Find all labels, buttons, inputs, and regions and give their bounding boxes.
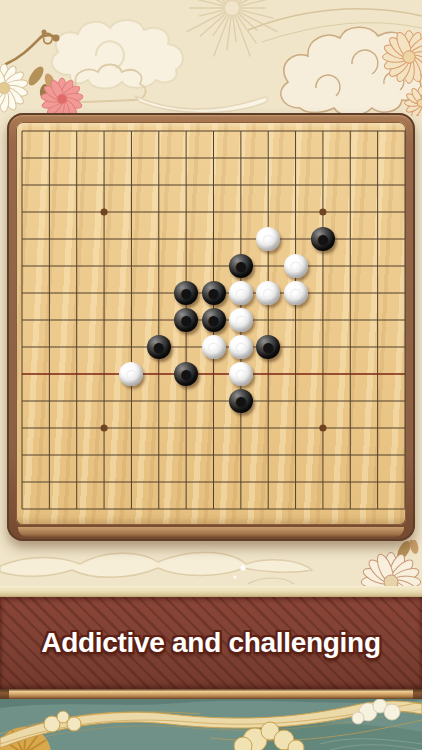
- board-cell[interactable]: [145, 388, 172, 415]
- board-cell[interactable]: [63, 469, 90, 496]
- black-stone: ●: [174, 281, 198, 305]
- board-cell[interactable]: [391, 469, 418, 496]
- board-cell[interactable]: ○: [227, 280, 254, 307]
- board-cell[interactable]: [200, 199, 227, 226]
- board-cell[interactable]: [63, 334, 90, 361]
- board-cells: ○●●○●●○○○●●○●○○●○●○●: [8, 118, 418, 523]
- board-cell[interactable]: ●: [227, 388, 254, 415]
- board-cell[interactable]: [337, 253, 364, 280]
- board-cell[interactable]: [145, 172, 172, 199]
- board-cell[interactable]: [282, 145, 309, 172]
- board-cell[interactable]: [36, 280, 63, 307]
- board-cell[interactable]: [255, 388, 282, 415]
- board-cell[interactable]: [282, 442, 309, 469]
- board-surface: ○●●○●●○○○●●○●○○●○●○●: [16, 122, 406, 525]
- board-cell[interactable]: [118, 388, 145, 415]
- board-cell[interactable]: [145, 253, 172, 280]
- board-cell[interactable]: [90, 253, 117, 280]
- board-cell[interactable]: [309, 469, 336, 496]
- board-cell[interactable]: [8, 496, 35, 523]
- board-cell[interactable]: [36, 226, 63, 253]
- board-cell[interactable]: [391, 226, 418, 253]
- board-cell[interactable]: [36, 469, 63, 496]
- board-cell[interactable]: [391, 496, 418, 523]
- board-cell[interactable]: [63, 226, 90, 253]
- board-cell[interactable]: [172, 145, 199, 172]
- board-cell[interactable]: ●: [172, 307, 199, 334]
- board-cell[interactable]: [282, 415, 309, 442]
- board-cell[interactable]: [200, 415, 227, 442]
- board-cell[interactable]: [282, 334, 309, 361]
- board-cell[interactable]: [255, 145, 282, 172]
- board-cell[interactable]: [364, 496, 391, 523]
- black-stone: ●: [147, 335, 171, 359]
- white-stone: ○: [202, 335, 226, 359]
- board-cell[interactable]: [364, 118, 391, 145]
- board-cell[interactable]: [227, 415, 254, 442]
- cloud-icon: [0, 552, 312, 584]
- board-cell[interactable]: [90, 442, 117, 469]
- board-cell[interactable]: [63, 118, 90, 145]
- board-cell[interactable]: [364, 334, 391, 361]
- foam-icon: [44, 711, 81, 732]
- board-cell[interactable]: [255, 172, 282, 199]
- white-stone: ○: [284, 254, 308, 278]
- board-cell[interactable]: [227, 172, 254, 199]
- chrysanthemum-icon: [0, 31, 422, 116]
- board-cell[interactable]: [227, 442, 254, 469]
- board-cell[interactable]: [90, 118, 117, 145]
- board-cell[interactable]: [8, 469, 35, 496]
- board-cell[interactable]: [172, 415, 199, 442]
- board-cell[interactable]: [118, 145, 145, 172]
- board-cell[interactable]: [90, 226, 117, 253]
- board-cell[interactable]: [337, 172, 364, 199]
- board-cell[interactable]: [63, 145, 90, 172]
- board-cell[interactable]: [391, 199, 418, 226]
- board-cell[interactable]: [145, 145, 172, 172]
- board-cell[interactable]: [255, 415, 282, 442]
- board-cell[interactable]: [118, 280, 145, 307]
- board-cell[interactable]: [309, 496, 336, 523]
- board-cell[interactable]: [309, 172, 336, 199]
- board-cell[interactable]: [8, 172, 35, 199]
- top-decoration: [0, 0, 422, 116]
- board-cell[interactable]: [282, 199, 309, 226]
- board-cell[interactable]: [255, 307, 282, 334]
- board-cell[interactable]: [391, 280, 418, 307]
- board-cell[interactable]: [8, 226, 35, 253]
- board-cell[interactable]: [337, 199, 364, 226]
- board-cell[interactable]: [364, 415, 391, 442]
- board-cell[interactable]: [227, 145, 254, 172]
- board-cell[interactable]: [227, 226, 254, 253]
- board-cell[interactable]: [309, 253, 336, 280]
- board-cell[interactable]: [282, 496, 309, 523]
- board-cell[interactable]: [200, 469, 227, 496]
- board-cell[interactable]: [255, 199, 282, 226]
- board-cell[interactable]: [227, 469, 254, 496]
- board-cell[interactable]: ●: [172, 361, 199, 388]
- board-cell[interactable]: [309, 307, 336, 334]
- board-cell[interactable]: [364, 307, 391, 334]
- board-cell[interactable]: [36, 442, 63, 469]
- board-cell[interactable]: [36, 307, 63, 334]
- board-cell[interactable]: [364, 469, 391, 496]
- board-cell[interactable]: [118, 253, 145, 280]
- board-cell[interactable]: [118, 307, 145, 334]
- board-cell[interactable]: [63, 172, 90, 199]
- board-cell[interactable]: [309, 361, 336, 388]
- board-cell[interactable]: [391, 334, 418, 361]
- board-cell[interactable]: ○: [227, 334, 254, 361]
- board-cell[interactable]: [63, 442, 90, 469]
- board-cell[interactable]: [337, 118, 364, 145]
- board-cell[interactable]: [118, 226, 145, 253]
- black-stone: ●: [202, 281, 226, 305]
- board-cell[interactable]: [90, 172, 117, 199]
- board-cell[interactable]: ○: [227, 361, 254, 388]
- board-cell[interactable]: [118, 199, 145, 226]
- white-stone: ○: [284, 281, 308, 305]
- board-cell[interactable]: [309, 442, 336, 469]
- board-cell[interactable]: [172, 118, 199, 145]
- board-cell[interactable]: [172, 199, 199, 226]
- board-cell[interactable]: [63, 307, 90, 334]
- board-cell[interactable]: [309, 280, 336, 307]
- board-cell[interactable]: [90, 334, 117, 361]
- board-cell[interactable]: [391, 307, 418, 334]
- board-cell[interactable]: [63, 280, 90, 307]
- white-stone: ○: [229, 362, 253, 386]
- board-cell[interactable]: [227, 118, 254, 145]
- board-cell[interactable]: [337, 145, 364, 172]
- board-cell[interactable]: [8, 334, 35, 361]
- white-stone: ○: [256, 227, 280, 251]
- foam-icon: [352, 699, 400, 724]
- board-cell[interactable]: [145, 280, 172, 307]
- cloud-icon: [281, 27, 422, 115]
- board-cell[interactable]: [282, 307, 309, 334]
- firework-burst-icon: [182, 0, 279, 57]
- board-cell[interactable]: [282, 226, 309, 253]
- board-cell[interactable]: [172, 172, 199, 199]
- board-cell[interactable]: [282, 469, 309, 496]
- board-cell[interactable]: [337, 226, 364, 253]
- board-cell[interactable]: [364, 442, 391, 469]
- board-cell[interactable]: [255, 469, 282, 496]
- board-cell[interactable]: [172, 388, 199, 415]
- board-cell[interactable]: ○: [255, 280, 282, 307]
- board-cell[interactable]: [90, 199, 117, 226]
- board-cell[interactable]: [391, 118, 418, 145]
- board-cell[interactable]: [282, 172, 309, 199]
- board-cell[interactable]: [36, 118, 63, 145]
- board-cell[interactable]: [90, 145, 117, 172]
- white-stone: ○: [229, 308, 253, 332]
- board-cell[interactable]: [63, 415, 90, 442]
- board-cell[interactable]: [8, 199, 35, 226]
- board-cell[interactable]: ●: [200, 307, 227, 334]
- gold-sun-icon: [0, 727, 51, 750]
- board-cell[interactable]: [8, 145, 35, 172]
- board-cell[interactable]: [145, 307, 172, 334]
- board-cell[interactable]: [63, 199, 90, 226]
- board-cell[interactable]: [200, 145, 227, 172]
- board-cell[interactable]: [200, 172, 227, 199]
- board-cell[interactable]: [36, 334, 63, 361]
- board-cell[interactable]: [36, 172, 63, 199]
- board-cell[interactable]: [391, 442, 418, 469]
- board-cell[interactable]: [90, 280, 117, 307]
- board-cell[interactable]: [8, 388, 35, 415]
- board-cell[interactable]: [337, 307, 364, 334]
- board-cell[interactable]: ○: [118, 361, 145, 388]
- board-cell[interactable]: [118, 415, 145, 442]
- sparkle-icon: [240, 565, 245, 570]
- board-cell[interactable]: [8, 442, 35, 469]
- board-cell[interactable]: [200, 253, 227, 280]
- board-cell[interactable]: [309, 388, 336, 415]
- board-cell[interactable]: [118, 442, 145, 469]
- board-cell[interactable]: [145, 361, 172, 388]
- board-cell[interactable]: [364, 253, 391, 280]
- board-cell[interactable]: [364, 199, 391, 226]
- board-cell[interactable]: [90, 388, 117, 415]
- board-cell[interactable]: [200, 226, 227, 253]
- board-cell[interactable]: ●: [145, 334, 172, 361]
- board-cell[interactable]: [145, 118, 172, 145]
- cloud-icon: [52, 20, 268, 113]
- board-cell[interactable]: [118, 172, 145, 199]
- board-cell[interactable]: [172, 496, 199, 523]
- board-cell[interactable]: ●: [227, 253, 254, 280]
- board-cell[interactable]: [8, 307, 35, 334]
- board-cell[interactable]: [391, 172, 418, 199]
- black-stone: ●: [202, 308, 226, 332]
- board-cell[interactable]: [337, 334, 364, 361]
- gold-divider: [0, 586, 422, 597]
- board-cell[interactable]: [227, 199, 254, 226]
- board-cell[interactable]: [255, 118, 282, 145]
- board-cell[interactable]: [337, 415, 364, 442]
- board-cell[interactable]: [172, 253, 199, 280]
- board-cell[interactable]: [200, 496, 227, 523]
- gomoku-promo-screen: ○●●○●●○○○●●○●○○●○●○● Addictive and chall…: [0, 0, 422, 750]
- white-stone: ○: [229, 281, 253, 305]
- board-cell[interactable]: [90, 361, 117, 388]
- board-cell[interactable]: [90, 496, 117, 523]
- board-cell[interactable]: [364, 361, 391, 388]
- board-cell[interactable]: [36, 253, 63, 280]
- board-cell[interactable]: [200, 361, 227, 388]
- board-cell[interactable]: [309, 118, 336, 145]
- board-cell[interactable]: ○: [227, 307, 254, 334]
- board-cell[interactable]: ●: [172, 280, 199, 307]
- board-cell[interactable]: ○: [200, 334, 227, 361]
- board-cell[interactable]: [282, 388, 309, 415]
- black-stone: ●: [229, 254, 253, 278]
- board-cell[interactable]: [118, 118, 145, 145]
- board-cell[interactable]: ○: [282, 253, 309, 280]
- board-cell[interactable]: [200, 442, 227, 469]
- board-cell[interactable]: [364, 172, 391, 199]
- board-cell[interactable]: [36, 361, 63, 388]
- board-cell[interactable]: ○: [255, 226, 282, 253]
- promo-banner: Addictive and challenging: [0, 597, 422, 689]
- board-cell[interactable]: [364, 226, 391, 253]
- board-cell[interactable]: [282, 361, 309, 388]
- board-cell[interactable]: [255, 442, 282, 469]
- board-cell[interactable]: [8, 118, 35, 145]
- foam-icon: [234, 722, 304, 750]
- white-stone: ○: [229, 335, 253, 359]
- board-cell[interactable]: [309, 199, 336, 226]
- white-stone: ○: [119, 362, 143, 386]
- gomoku-board: ○●●○●●○○○●●○●○○●○●○●: [7, 113, 415, 541]
- wave-decoration: [0, 698, 422, 750]
- board-cell[interactable]: [391, 253, 418, 280]
- board-cell[interactable]: [309, 415, 336, 442]
- board-cell[interactable]: [337, 388, 364, 415]
- board-cell[interactable]: [118, 334, 145, 361]
- board-cell[interactable]: [145, 469, 172, 496]
- board-cell[interactable]: ○: [282, 280, 309, 307]
- board-cell[interactable]: [8, 280, 35, 307]
- board-cell[interactable]: ●: [309, 226, 336, 253]
- board-cell[interactable]: [8, 361, 35, 388]
- board-cell[interactable]: [172, 469, 199, 496]
- board-cell[interactable]: [8, 415, 35, 442]
- board-cell[interactable]: [391, 415, 418, 442]
- board-cell[interactable]: [309, 145, 336, 172]
- board-cell[interactable]: [36, 496, 63, 523]
- board-cell[interactable]: [337, 280, 364, 307]
- gold-leaf-icon: [395, 540, 420, 561]
- board-cell[interactable]: [63, 496, 90, 523]
- board-cell[interactable]: [391, 388, 418, 415]
- gold-branch-icon: [6, 30, 60, 99]
- board-cell[interactable]: [145, 415, 172, 442]
- board-cell[interactable]: [172, 226, 199, 253]
- banner-tagline: Addictive and challenging: [41, 627, 380, 659]
- board-cell[interactable]: [36, 199, 63, 226]
- board-cell[interactable]: [391, 145, 418, 172]
- board-cell[interactable]: [337, 469, 364, 496]
- board-cell[interactable]: [337, 496, 364, 523]
- board-cell[interactable]: [364, 145, 391, 172]
- board-cell[interactable]: [145, 199, 172, 226]
- board-cell[interactable]: [63, 361, 90, 388]
- board-cell[interactable]: [200, 118, 227, 145]
- black-stone: ●: [256, 335, 280, 359]
- board-cell[interactable]: [364, 280, 391, 307]
- board-cell[interactable]: [36, 415, 63, 442]
- white-stone: ○: [256, 281, 280, 305]
- black-stone: ●: [174, 308, 198, 332]
- board-cell[interactable]: ●: [200, 280, 227, 307]
- board-cell[interactable]: [255, 361, 282, 388]
- board-cell[interactable]: [309, 334, 336, 361]
- board-cell[interactable]: [200, 388, 227, 415]
- board-cell[interactable]: [8, 253, 35, 280]
- board-cell[interactable]: [364, 388, 391, 415]
- board-cell[interactable]: [90, 307, 117, 334]
- board-cell[interactable]: [118, 496, 145, 523]
- board-cell[interactable]: [63, 388, 90, 415]
- board-cell[interactable]: [337, 442, 364, 469]
- board-cell[interactable]: [90, 415, 117, 442]
- black-stone: ●: [229, 389, 253, 413]
- board-cell[interactable]: [227, 496, 254, 523]
- board-cell[interactable]: [255, 253, 282, 280]
- board-cell[interactable]: [172, 334, 199, 361]
- board-cell[interactable]: ●: [255, 334, 282, 361]
- black-stone: ●: [311, 227, 335, 251]
- sparkle-icon: [233, 575, 236, 578]
- board-cell[interactable]: [172, 442, 199, 469]
- board-cell[interactable]: [145, 496, 172, 523]
- board-cell[interactable]: [391, 361, 418, 388]
- board-cell[interactable]: [282, 118, 309, 145]
- board-cell[interactable]: [145, 226, 172, 253]
- board-cell[interactable]: [36, 145, 63, 172]
- scroll-rod: [0, 689, 422, 699]
- board-cell[interactable]: [63, 253, 90, 280]
- board-cell[interactable]: [145, 442, 172, 469]
- board-cell[interactable]: [36, 388, 63, 415]
- board-cell[interactable]: [118, 469, 145, 496]
- board-cell[interactable]: [255, 496, 282, 523]
- board-cell[interactable]: [90, 469, 117, 496]
- board-cell[interactable]: [337, 361, 364, 388]
- black-stone: ●: [174, 362, 198, 386]
